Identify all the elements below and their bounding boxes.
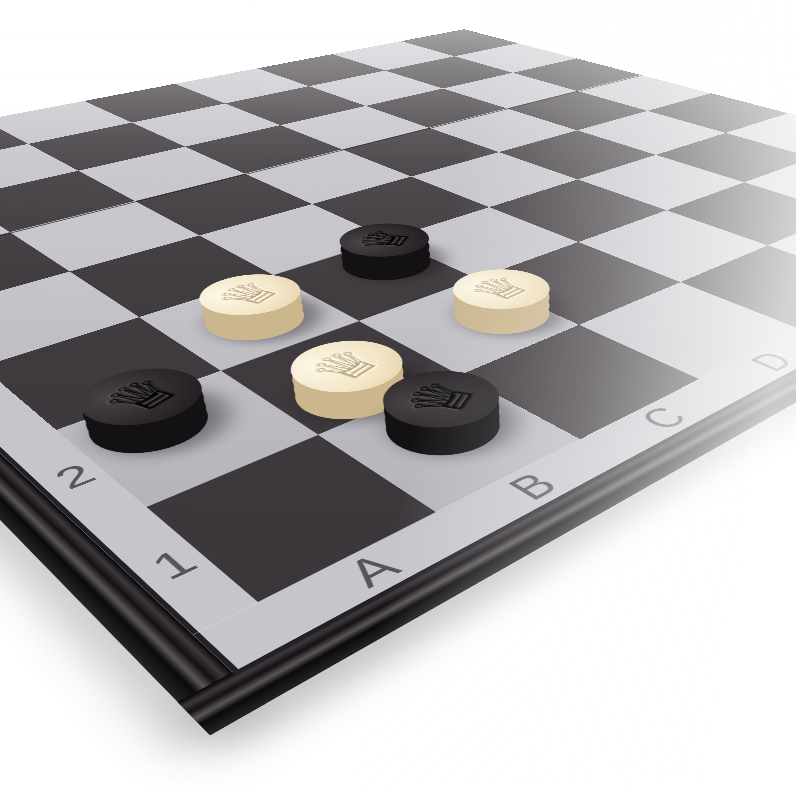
crown-emboss-icon: ♕ [392, 377, 488, 420]
crown-emboss-icon: ♕ [87, 373, 195, 421]
perspective-scene: 21 ABCD ♕♕♕♕♕♕ [0, 0, 796, 790]
checkers-board: 21 ABCD ♕♕♕♕♕♕ [0, 29, 796, 735]
crown-emboss-icon: ♕ [347, 228, 420, 252]
camera-tilt: 21 ABCD ♕♕♕♕♕♕ [0, 0, 796, 790]
checker-black-a2: ♕ [63, 387, 231, 466]
crown-emboss-icon: ♕ [296, 344, 395, 388]
checker-black-b1: ♕ [367, 392, 513, 464]
checker-white-c2: ♕ [434, 287, 568, 345]
product-photo: 21 ABCD ♕♕♕♕♕♕ [0, 0, 796, 790]
crown-emboss-icon: ♕ [458, 271, 544, 306]
checker-black-c3: ♕ [330, 244, 441, 285]
crown-emboss-icon: ♕ [205, 278, 295, 312]
